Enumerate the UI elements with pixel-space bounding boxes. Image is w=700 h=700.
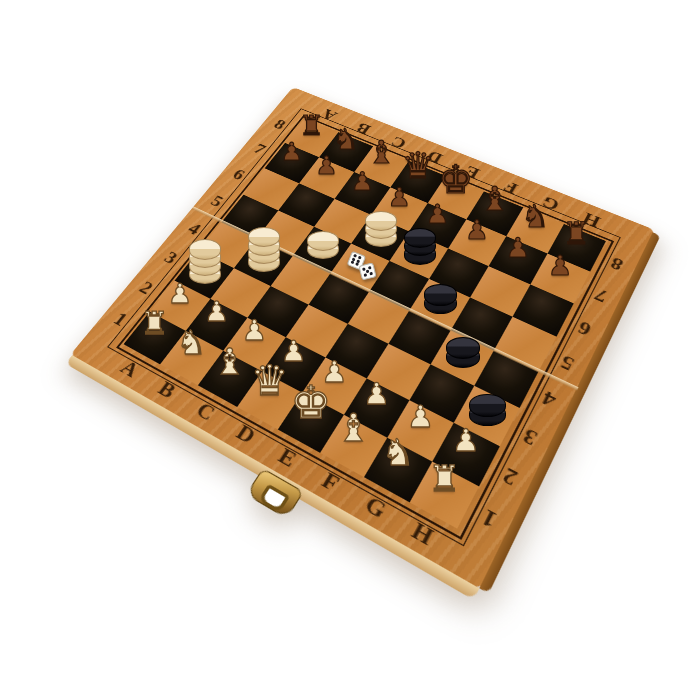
piece-white-king-e1[interactable]: ♚ — [286, 380, 336, 425]
piece-brown-pawn-c7[interactable]: ♟ — [348, 169, 376, 194]
die-pip — [363, 274, 366, 277]
piece-white-pawn-h2[interactable]: ♟ — [449, 425, 483, 456]
piece-white-knight-g1[interactable]: ♞ — [378, 435, 418, 471]
die-pip — [369, 272, 372, 275]
die-pip — [362, 268, 365, 271]
piece-white-bishop-c1[interactable]: ♝ — [210, 344, 250, 380]
piece-brown-pawn-e7[interactable]: ♟ — [423, 201, 452, 227]
piece-brown-pawn-g7[interactable]: ♟ — [503, 234, 533, 261]
black-checker — [469, 394, 505, 417]
piece-brown-bishop-f8[interactable]: ♝ — [477, 183, 513, 216]
pieces-layer: ♜♞♝♛♚♝♞♜♟♟♟♟♟♟♟♟♟♟♟♟♟♟♟♟♜♞♝♛♚♝♞♜ — [0, 0, 700, 700]
product-photo-stage: AABBCCDDEEFFGGHH1122334455667788 ♜♞♝♛♚♝♞… — [0, 0, 700, 700]
white-checker — [307, 231, 339, 251]
piece-brown-pawn-a7[interactable]: ♟ — [278, 140, 305, 165]
black-checker — [404, 228, 436, 249]
piece-white-rook-h1[interactable]: ♜ — [425, 461, 464, 497]
piece-brown-pawn-f7[interactable]: ♟ — [462, 217, 491, 244]
white-checker — [189, 239, 221, 260]
piece-white-pawn-b2[interactable]: ♟ — [201, 298, 231, 326]
piece-brown-rook-h8[interactable]: ♜ — [560, 219, 593, 249]
piece-brown-knight-g8[interactable]: ♞ — [518, 201, 552, 232]
white-checker — [365, 211, 397, 231]
piece-brown-queen-d8[interactable]: ♛ — [398, 148, 438, 184]
piece-brown-king-e8[interactable]: ♚ — [434, 161, 477, 200]
die-2-showing-5[interactable] — [358, 263, 376, 281]
piece-brown-pawn-b7[interactable]: ♟ — [313, 154, 340, 179]
piece-white-knight-b1[interactable]: ♞ — [173, 326, 209, 359]
piece-brown-knight-b8[interactable]: ♞ — [330, 125, 362, 154]
piece-white-pawn-a2[interactable]: ♟ — [165, 280, 195, 307]
die-pip — [350, 261, 353, 264]
die-pip — [355, 263, 358, 266]
piece-brown-pawn-d7[interactable]: ♟ — [385, 185, 413, 211]
piece-brown-pawn-h7[interactable]: ♟ — [545, 252, 575, 280]
black-checker — [446, 337, 481, 359]
piece-brown-bishop-c8[interactable]: ♝ — [364, 137, 398, 168]
black-checker — [424, 284, 457, 305]
piece-white-pawn-g2[interactable]: ♟ — [404, 402, 437, 432]
piece-brown-rook-a8[interactable]: ♜ — [297, 112, 327, 139]
piece-white-rook-a1[interactable]: ♜ — [137, 308, 172, 339]
piece-white-bishop-f1[interactable]: ♝ — [332, 409, 374, 447]
